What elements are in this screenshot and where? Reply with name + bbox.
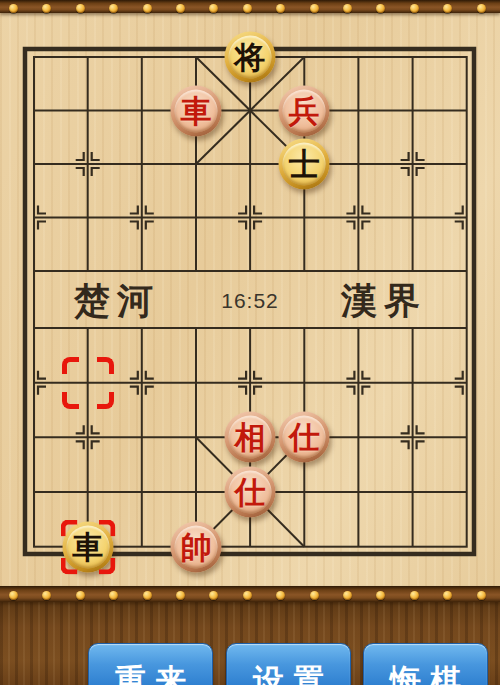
rivet-icon [143, 591, 152, 600]
piece-red-advisor-2[interactable]: 仕 [225, 467, 276, 518]
rivet-icon [276, 4, 285, 13]
rivet-icon [343, 4, 352, 13]
rivet-icon [243, 4, 252, 13]
rivet-icon [410, 4, 419, 13]
restart-button[interactable]: 重来 [88, 643, 213, 685]
rivet-icon [443, 591, 452, 600]
piece-character: 帥 [181, 531, 212, 562]
piece-character: 兵 [289, 95, 320, 126]
xiangqi-game-screen: 楚河 16:52 漢界 将車兵士相仕仕車帥 重来 设置 悔棋 [0, 0, 500, 685]
rivet-icon [243, 591, 252, 600]
control-console: 重来 设置 悔棋 [0, 602, 500, 685]
rivet-icon [109, 591, 118, 600]
undo-button[interactable]: 悔棋 [363, 643, 488, 685]
piece-character: 相 [235, 422, 266, 453]
rivet-icon [42, 591, 51, 600]
piece-character: 車 [181, 95, 212, 126]
rivet-icon [42, 4, 51, 13]
rivet-icon [9, 591, 18, 600]
settings-button[interactable]: 设置 [226, 643, 351, 685]
piece-character: 車 [72, 531, 103, 562]
game-timer: 16:52 [221, 289, 279, 313]
piece-red-soldier[interactable]: 兵 [279, 85, 330, 136]
rivet-icon [76, 4, 85, 13]
river-label-left: 楚河 [74, 277, 160, 326]
rivet-icon [477, 4, 486, 13]
rivet-icon [176, 4, 185, 13]
rivet-icon [477, 591, 486, 600]
rivet-icon [209, 4, 218, 13]
rivet-icon [276, 591, 285, 600]
piece-character: 仕 [235, 477, 266, 508]
rivet-icon [76, 591, 85, 600]
river-label-right: 漢界 [341, 277, 427, 326]
piece-red-chariot[interactable]: 車 [171, 85, 222, 136]
bottom-decorative-rail [0, 586, 500, 602]
rivet-icon [310, 591, 319, 600]
piece-character: 将 [235, 42, 266, 73]
piece-character: 仕 [289, 422, 320, 453]
rivet-icon [410, 591, 419, 600]
rivet-icon [176, 591, 185, 600]
rivet-icon [443, 4, 452, 13]
rivet-icon [343, 591, 352, 600]
piece-character: 士 [289, 149, 320, 180]
rivet-icon [310, 4, 319, 13]
piece-black-advisor[interactable]: 士 [279, 139, 330, 190]
piece-red-advisor[interactable]: 仕 [279, 412, 330, 463]
piece-black-chariot[interactable]: 車 [62, 521, 113, 572]
piece-red-general[interactable]: 帥 [171, 521, 222, 572]
piece-red-elephant[interactable]: 相 [225, 412, 276, 463]
rivet-icon [143, 4, 152, 13]
rivet-icon [109, 4, 118, 13]
rivet-icon [376, 4, 385, 13]
top-decorative-rail [0, 0, 500, 13]
rivet-icon [9, 4, 18, 13]
rivet-icon [376, 591, 385, 600]
piece-black-general[interactable]: 将 [225, 32, 276, 83]
rivet-icon [209, 591, 218, 600]
